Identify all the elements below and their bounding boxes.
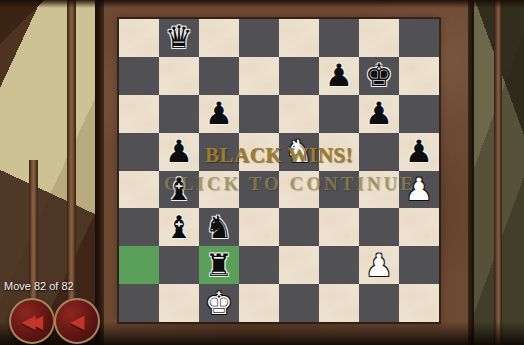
- square-b3[interactable]: ♝: [159, 208, 199, 246]
- top-shadow: [0, 0, 524, 8]
- square-a8[interactable]: [119, 19, 159, 57]
- square-f7[interactable]: ♟: [319, 57, 359, 95]
- square-h6[interactable]: [399, 95, 439, 133]
- square-a7[interactable]: [119, 57, 159, 95]
- click-to-continue-prompt[interactable]: CLICK TO CONTINUE: [125, 173, 455, 195]
- square-g2[interactable]: ♟: [359, 246, 399, 284]
- step-back-button[interactable]: ◀: [54, 298, 100, 344]
- right-decor-rod: [494, 0, 502, 345]
- square-c8[interactable]: [199, 19, 239, 57]
- square-e8[interactable]: [279, 19, 319, 57]
- chess-app-window: ♛♟♚♟♟♟♞♟♝♟♝♞♜♟♚ BLACK WINS! CLICK TO CON…: [0, 0, 524, 345]
- square-d2[interactable]: [239, 246, 279, 284]
- result-banner: BLACK WINS!: [119, 143, 439, 168]
- square-f8[interactable]: [319, 19, 359, 57]
- piece-black-king[interactable]: ♚: [365, 60, 393, 91]
- square-b8[interactable]: ♛: [159, 19, 199, 57]
- square-b1[interactable]: [159, 284, 199, 322]
- chess-board[interactable]: ♛♟♚♟♟♟♞♟♝♟♝♞♜♟♚: [119, 19, 439, 322]
- square-d7[interactable]: [239, 57, 279, 95]
- square-d6[interactable]: [239, 95, 279, 133]
- square-c6[interactable]: ♟: [199, 95, 239, 133]
- square-e1[interactable]: [279, 284, 319, 322]
- piece-white-pawn[interactable]: ♟: [365, 250, 393, 281]
- move-counter: Move 82 of 82: [4, 280, 74, 292]
- square-g1[interactable]: [359, 284, 399, 322]
- piece-black-pawn[interactable]: ♟: [205, 98, 233, 129]
- square-h7[interactable]: [399, 57, 439, 95]
- piece-black-queen[interactable]: ♛: [165, 22, 193, 53]
- square-b7[interactable]: [159, 57, 199, 95]
- piece-white-king[interactable]: ♚: [205, 288, 233, 319]
- square-b2[interactable]: [159, 246, 199, 284]
- square-a1[interactable]: [119, 284, 159, 322]
- piece-black-bishop[interactable]: ♝: [165, 212, 193, 243]
- square-d1[interactable]: [239, 284, 279, 322]
- fast-rewind-icon: ◀◀: [21, 312, 43, 331]
- square-h3[interactable]: [399, 208, 439, 246]
- left-decor-rod: [67, 0, 76, 345]
- square-a2[interactable]: [119, 246, 159, 284]
- square-a3[interactable]: [119, 208, 159, 246]
- square-f1[interactable]: [319, 284, 359, 322]
- step-back-icon: ◀: [70, 312, 85, 331]
- rewind-to-start-button[interactable]: ◀◀: [9, 298, 55, 344]
- square-h1[interactable]: [399, 284, 439, 322]
- square-a6[interactable]: [119, 95, 159, 133]
- piece-black-rook[interactable]: ♜: [205, 250, 233, 281]
- square-c3[interactable]: ♞: [199, 208, 239, 246]
- square-c2[interactable]: ♜: [199, 246, 239, 284]
- piece-black-pawn[interactable]: ♟: [325, 60, 353, 91]
- square-b6[interactable]: [159, 95, 199, 133]
- square-f3[interactable]: [319, 208, 359, 246]
- square-e2[interactable]: [279, 246, 319, 284]
- left-divider: [95, 0, 104, 345]
- square-c7[interactable]: [199, 57, 239, 95]
- square-e7[interactable]: [279, 57, 319, 95]
- square-h8[interactable]: [399, 19, 439, 57]
- left-wallpaper: [0, 0, 95, 345]
- piece-black-pawn[interactable]: ♟: [365, 98, 393, 129]
- square-f2[interactable]: [319, 246, 359, 284]
- square-d8[interactable]: [239, 19, 279, 57]
- square-g8[interactable]: [359, 19, 399, 57]
- square-f6[interactable]: [319, 95, 359, 133]
- square-h2[interactable]: [399, 246, 439, 284]
- square-c1[interactable]: ♚: [199, 284, 239, 322]
- piece-black-knight[interactable]: ♞: [205, 212, 233, 243]
- square-g3[interactable]: [359, 208, 399, 246]
- square-d3[interactable]: [239, 208, 279, 246]
- square-e6[interactable]: [279, 95, 319, 133]
- square-e3[interactable]: [279, 208, 319, 246]
- square-g6[interactable]: ♟: [359, 95, 399, 133]
- square-g7[interactable]: ♚: [359, 57, 399, 95]
